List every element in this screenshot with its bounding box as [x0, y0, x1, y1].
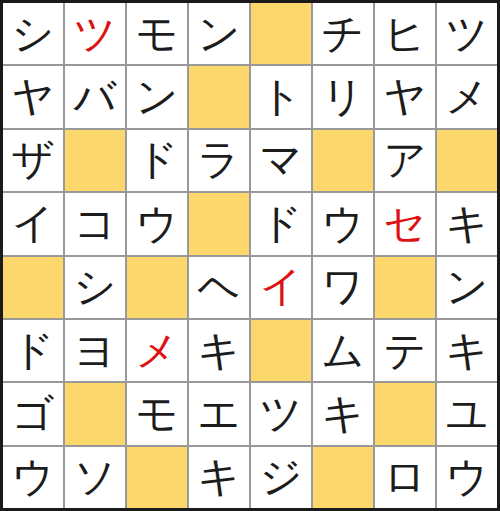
letter-cell-r4c7[interactable]: セ [375, 193, 435, 254]
letter-cell-r2c1[interactable]: ヤ [3, 66, 63, 127]
blocked-cell-r3c8 [437, 130, 497, 191]
letter-cell-r4c6[interactable]: ウ [313, 193, 373, 254]
letter-cell-r5c5[interactable]: イ [251, 257, 311, 318]
blocked-cell-r6c5 [251, 320, 311, 381]
letter-cell-r7c1[interactable]: ゴ [3, 383, 63, 444]
letter-cell-r2c8[interactable]: メ [437, 66, 497, 127]
letter-cell-r2c3[interactable]: ン [127, 66, 187, 127]
blocked-cell-r3c6 [313, 130, 373, 191]
letter-cell-r4c1[interactable]: イ [3, 193, 63, 254]
blocked-cell-r7c7 [375, 383, 435, 444]
crossword-puzzle: シツモンチヒツヤバントリヤメザドラマアイコウドウセキシヘイワンドヨメキムテキゴモ… [0, 0, 500, 511]
letter-cell-r1c8[interactable]: ツ [437, 3, 497, 64]
blocked-cell-r4c4 [189, 193, 249, 254]
letter-cell-r7c8[interactable]: ユ [437, 383, 497, 444]
letter-cell-r6c3[interactable]: メ [127, 320, 187, 381]
letter-cell-r7c5[interactable]: ツ [251, 383, 311, 444]
letter-cell-r8c1[interactable]: ウ [3, 447, 63, 508]
letter-cell-r2c7[interactable]: ヤ [375, 66, 435, 127]
letter-cell-r1c3[interactable]: モ [127, 3, 187, 64]
letter-cell-r8c5[interactable]: ジ [251, 447, 311, 508]
letter-cell-r1c4[interactable]: ン [189, 3, 249, 64]
letter-cell-r3c1[interactable]: ザ [3, 130, 63, 191]
letter-cell-r6c1[interactable]: ド [3, 320, 63, 381]
letter-cell-r4c5[interactable]: ド [251, 193, 311, 254]
blocked-cell-r1c5 [251, 3, 311, 64]
letter-cell-r4c3[interactable]: ウ [127, 193, 187, 254]
letter-cell-r5c2[interactable]: シ [65, 257, 125, 318]
crossword-board: シツモンチヒツヤバントリヤメザドラマアイコウドウセキシヘイワンドヨメキムテキゴモ… [0, 0, 500, 511]
letter-cell-r7c4[interactable]: エ [189, 383, 249, 444]
letter-cell-r4c8[interactable]: キ [437, 193, 497, 254]
letter-cell-r5c6[interactable]: ワ [313, 257, 373, 318]
letter-cell-r6c2[interactable]: ヨ [65, 320, 125, 381]
letter-cell-r3c3[interactable]: ド [127, 130, 187, 191]
blocked-cell-r5c1 [3, 257, 63, 318]
letter-cell-r6c7[interactable]: テ [375, 320, 435, 381]
letter-cell-r8c7[interactable]: ロ [375, 447, 435, 508]
letter-cell-r8c4[interactable]: キ [189, 447, 249, 508]
letter-cell-r7c3[interactable]: モ [127, 383, 187, 444]
letter-cell-r3c4[interactable]: ラ [189, 130, 249, 191]
letter-cell-r2c5[interactable]: ト [251, 66, 311, 127]
letter-cell-r6c4[interactable]: キ [189, 320, 249, 381]
letter-cell-r3c5[interactable]: マ [251, 130, 311, 191]
blocked-cell-r8c3 [127, 447, 187, 508]
letter-cell-r7c6[interactable]: キ [313, 383, 373, 444]
letter-cell-r3c7[interactable]: ア [375, 130, 435, 191]
letter-cell-r4c2[interactable]: コ [65, 193, 125, 254]
letter-cell-r8c2[interactable]: ソ [65, 447, 125, 508]
letter-cell-r1c1[interactable]: シ [3, 3, 63, 64]
blocked-cell-r3c2 [65, 130, 125, 191]
letter-cell-r1c7[interactable]: ヒ [375, 3, 435, 64]
letter-cell-r5c8[interactable]: ン [437, 257, 497, 318]
blocked-cell-r8c6 [313, 447, 373, 508]
letter-cell-r2c2[interactable]: バ [65, 66, 125, 127]
blocked-cell-r2c4 [189, 66, 249, 127]
letter-cell-r1c6[interactable]: チ [313, 3, 373, 64]
blocked-cell-r5c7 [375, 257, 435, 318]
letter-cell-r1c2[interactable]: ツ [65, 3, 125, 64]
letter-cell-r6c6[interactable]: ム [313, 320, 373, 381]
letter-cell-r6c8[interactable]: キ [437, 320, 497, 381]
letter-cell-r5c4[interactable]: ヘ [189, 257, 249, 318]
blocked-cell-r7c2 [65, 383, 125, 444]
blocked-cell-r5c3 [127, 257, 187, 318]
letter-cell-r8c8[interactable]: ウ [437, 447, 497, 508]
letter-cell-r2c6[interactable]: リ [313, 66, 373, 127]
